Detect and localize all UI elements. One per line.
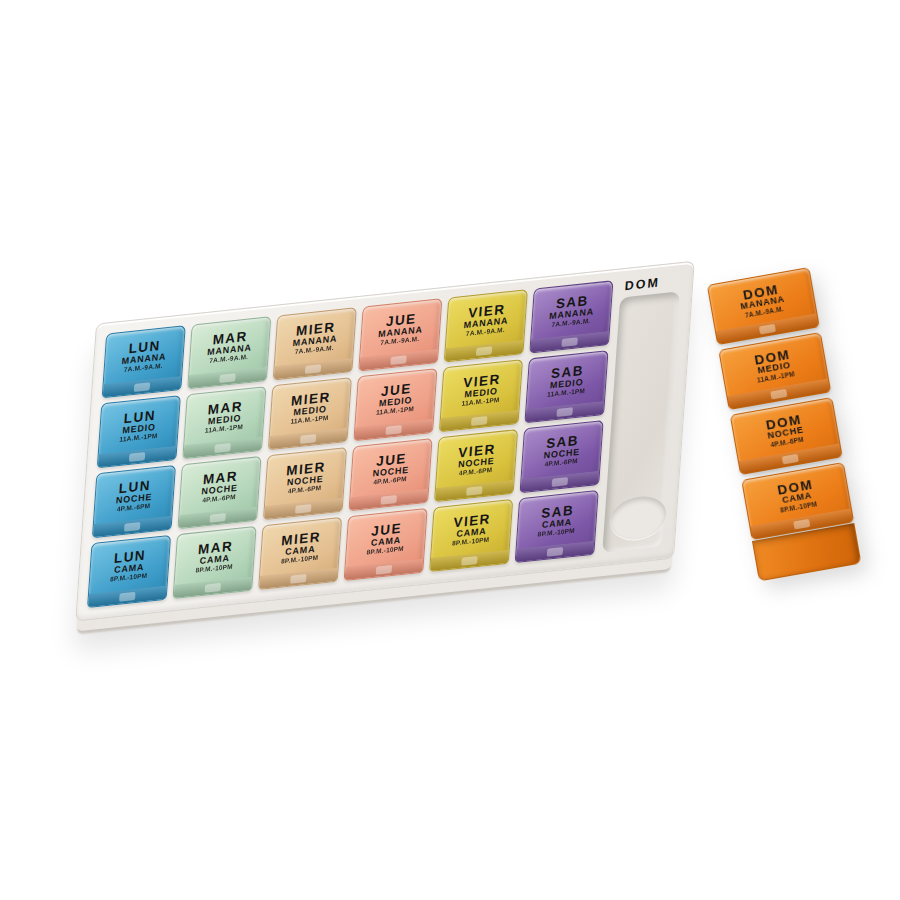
box-time-label: 4P.M.-6PM [372, 476, 409, 487]
pill-box-mar-manana: MARMANANA7A.M.-9A.M. [187, 316, 271, 389]
box-time-label: 8P.M.-10PM [195, 564, 233, 575]
box-time-label: 11A.M.-1PM [376, 406, 414, 417]
pill-tray: LUNMANANA7A.M.-9A.M. LUNMEDIO11A.M.-1PM … [75, 261, 695, 622]
column-vier: VIERMANANA7A.M.-9A.M. VIERMEDIO11A.M.-1P… [429, 289, 528, 572]
box-time-label: 11A.M.-1PM [461, 397, 499, 408]
pill-box-sab-cama: SABCAMA8P.M.-10PM [515, 490, 599, 563]
pill-box-mar-cama: MARCAMA8P.M.-10PM [173, 526, 257, 599]
column-lun: LUNMANANA7A.M.-9A.M. LUNMEDIO11A.M.-1PM … [87, 325, 186, 608]
box-time-label: 11A.M.-1PM [205, 424, 243, 435]
box-time-label: 4P.M.-6PM [285, 485, 325, 496]
pill-box-mier-noche: MIERNOCHE4P.M.-6PM [263, 447, 347, 520]
pill-box-jue-manana: JUEMANANA7A.M.-9A.M. [358, 298, 442, 371]
pill-box-sab-noche: SABNOCHE4P.M.-6PM [520, 420, 604, 493]
pill-box-lun-noche: LUNNOCHE4P.M.-6PM [92, 465, 176, 538]
tray-dom-slot: DOM [600, 273, 683, 555]
pill-box-mier-medio: MIERMEDIO11A.M.-1PM [268, 377, 352, 450]
column-mier: MIERMANANA7A.M.-9A.M. MIERMEDIO11A.M.-1P… [258, 307, 357, 590]
box-time-label: 4P.M.-6PM [201, 494, 238, 505]
box-time-label: 8P.M.-10PM [110, 573, 148, 584]
tray-dom-slot-recess [602, 291, 680, 553]
box-time-label: 8P.M.-10PM [280, 555, 320, 566]
pill-box-vier-cama: VIERCAMA8P.M.-10PM [429, 499, 513, 572]
tray-dom-slot-label: DOM [624, 273, 683, 293]
pill-box-lun-medio: LUNMEDIO11A.M.-1PM [97, 395, 181, 468]
box-time-label: 8P.M.-10PM [366, 546, 404, 557]
pill-box-vier-noche: VIERNOCHE4P.M.-6PM [434, 429, 518, 502]
box-time-label: 11A.M.-1PM [547, 388, 585, 399]
column-sab: SABMANANA7A.M.-9A.M. SABMEDIO11A.M.-1PM … [515, 280, 614, 563]
pill-box-dom-manana: DOMMANANA7A.M.-9A.M. [707, 267, 820, 345]
pill-box-lun-cama: LUNCAMA8P.M.-10PM [87, 535, 171, 608]
box-time-label: 11A.M.-1PM [119, 433, 157, 444]
pill-box-sab-manana: SABMANANA7A.M.-9A.M. [529, 280, 613, 353]
column-jue: JUEMANANA7A.M.-9A.M. JUEMEDIO11A.M.-1PM … [344, 298, 443, 581]
pill-box-jue-cama: JUECAMA8P.M.-10PM [344, 508, 428, 581]
pill-box-jue-medio: JUEMEDIO11A.M.-1PM [353, 368, 437, 441]
box-time-label: 4P.M.-6PM [115, 503, 152, 514]
pill-box-jue-noche: JUENOCHE4P.M.-6PM [349, 438, 433, 511]
pill-box-mier-cama: MIERCAMA8P.M.-10PM [258, 517, 342, 590]
tray-thumb-recess [609, 494, 668, 542]
box-time-label: 8P.M.-10PM [537, 528, 575, 539]
product-photo: LUNMANANA7A.M.-9A.M. LUNMEDIO11A.M.-1PM … [0, 0, 900, 900]
pill-box-mar-noche: MARNOCHE4P.M.-6PM [177, 456, 261, 529]
pill-box-mar-medio: MARMEDIO11A.M.-1PM [182, 386, 266, 459]
pill-box-dom-noche: DOMNOCHE4P.M.-6PM [730, 397, 843, 475]
box-time-label: 11A.M.-1PM [289, 415, 329, 426]
pill-box-sab-medio: SABMEDIO11A.M.-1PM [524, 350, 608, 423]
pill-box-dom-medio: DOMMEDIO11A.M.-1PM [718, 332, 831, 410]
pill-box-lun-manana: LUNMANANA7A.M.-9A.M. [102, 325, 186, 398]
box-time-label: 8P.M.-10PM [452, 537, 490, 548]
box-time-label: 4P.M.-6PM [457, 467, 495, 478]
pill-box-vier-manana: VIERMANANA7A.M.-9A.M. [444, 289, 528, 362]
pill-box-vier-medio: VIERMEDIO11A.M.-1PM [439, 359, 523, 432]
tray-inner: LUNMANANA7A.M.-9A.M. LUNMEDIO11A.M.-1PM … [87, 273, 683, 605]
box-time-label: 4P.M.-6PM [543, 458, 580, 469]
column-mar: MARMANANA7A.M.-9A.M. MARMEDIO11A.M.-1PM … [173, 316, 272, 599]
pill-box-mier-manana: MIERMANANA7A.M.-9A.M. [273, 307, 357, 380]
dom-column-detached: DOMMANANA7A.M.-9A.M. DOMMEDIO11A.M.-1PM … [707, 267, 862, 581]
